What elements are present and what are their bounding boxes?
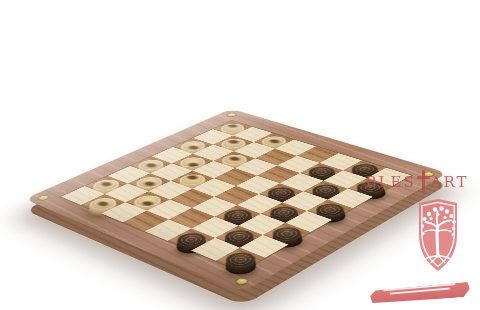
board-square xyxy=(240,235,289,258)
dark-piece xyxy=(171,230,211,249)
board-square xyxy=(215,226,263,248)
board-square xyxy=(285,211,332,232)
board-square xyxy=(261,202,307,222)
brand-name: BLESART xyxy=(356,170,478,194)
shield-emblem xyxy=(416,198,460,282)
board-square xyxy=(170,189,214,208)
board-square xyxy=(101,202,146,222)
dark-piece xyxy=(307,182,344,198)
board-square xyxy=(192,217,239,238)
brass-corner-pin xyxy=(234,278,249,285)
board-square xyxy=(259,183,303,202)
board-square xyxy=(214,186,258,205)
board-square xyxy=(147,199,192,219)
dark-piece xyxy=(267,224,307,242)
board-square xyxy=(263,223,311,245)
board-square xyxy=(237,194,282,214)
brand-name-prefix: BLES xyxy=(365,173,415,191)
brand-name-suffix: ART xyxy=(431,173,469,191)
brand-logo: BLESART xyxy=(356,170,478,301)
board-square xyxy=(81,194,125,213)
board-square xyxy=(282,191,327,211)
board-square xyxy=(307,200,353,220)
dark-piece xyxy=(218,207,257,224)
board-square xyxy=(191,238,240,261)
dark-piece xyxy=(219,227,259,245)
board-square xyxy=(216,248,265,272)
ribbon-banner xyxy=(370,282,471,306)
dark-piece xyxy=(265,204,304,221)
board-square xyxy=(303,181,347,200)
board-square xyxy=(215,205,261,225)
board-square xyxy=(169,208,215,229)
product-photo-stage: BLESART xyxy=(0,0,480,310)
shield-tree-icon xyxy=(416,198,460,278)
board-square xyxy=(192,197,237,217)
light-piece xyxy=(84,196,121,212)
board-square xyxy=(168,228,216,250)
brass-corner-pin xyxy=(37,195,50,200)
light-piece xyxy=(129,193,166,209)
cross-icon xyxy=(417,170,430,194)
dark-piece xyxy=(311,201,350,218)
board-square xyxy=(123,211,169,232)
board-square xyxy=(125,191,169,210)
dark-piece xyxy=(220,249,262,269)
board-square xyxy=(238,214,285,235)
brass-corner-pin xyxy=(226,113,237,117)
dark-piece xyxy=(262,185,299,201)
board-square xyxy=(145,219,192,240)
